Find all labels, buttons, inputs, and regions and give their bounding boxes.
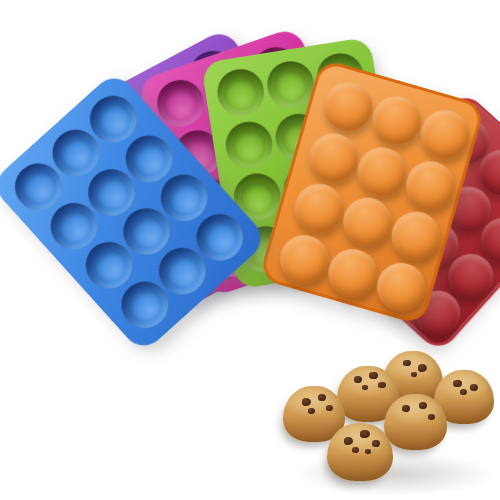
muffin-cup-bump	[386, 206, 446, 266]
muffin-cup-bump	[318, 76, 378, 136]
muffin-cup-bump	[352, 141, 412, 201]
chocolate-chip	[470, 384, 478, 391]
chocolate-chip	[411, 372, 417, 377]
muffin-cup-bump	[337, 192, 397, 252]
cup-floor	[15, 164, 61, 210]
chocolate-chip	[352, 447, 359, 453]
cup-floor	[53, 130, 99, 176]
product-photo-canvas	[0, 0, 500, 500]
cup-floor	[222, 74, 259, 111]
cup-floor	[239, 178, 276, 215]
chocolate-chip	[344, 437, 353, 445]
chocolate-chip	[428, 414, 435, 420]
chocolate-chip	[453, 380, 462, 388]
muffin-cup-bump	[303, 127, 363, 187]
chocolate-chip	[354, 376, 362, 383]
muffins-soft-shadow	[295, 452, 495, 496]
chocolate-chip	[403, 360, 411, 367]
cup-floor	[122, 282, 168, 328]
chocolate-chip	[318, 394, 326, 401]
muffin-cup-bump	[371, 257, 431, 317]
chocolate-chip	[372, 440, 380, 447]
cup-floor	[161, 175, 207, 221]
cup-floor	[272, 66, 309, 103]
muffin-cup-bump	[400, 155, 460, 215]
chocolate-chip	[419, 402, 427, 409]
cup-floor	[197, 214, 243, 260]
muffin-cup-bump	[274, 229, 334, 289]
chocolate-chip	[369, 372, 378, 380]
cup-floor	[88, 169, 134, 215]
muffin	[384, 394, 447, 450]
chocolate-chip	[378, 382, 386, 389]
chocolate-chip	[365, 449, 371, 454]
muffin-cup-bump	[289, 178, 349, 238]
cup-floor	[126, 136, 172, 182]
muffin	[327, 423, 393, 481]
muffin-cup-bump	[367, 90, 427, 150]
chocolate-chip	[460, 389, 467, 395]
chocolate-chip	[308, 408, 315, 414]
cup-floor	[124, 209, 170, 255]
muffin-cup-cavity	[214, 66, 267, 119]
cup-floor	[51, 203, 97, 249]
cup-floor	[159, 248, 205, 294]
cup-floor	[86, 242, 132, 288]
cup-floor	[160, 82, 201, 123]
muffin-cup-bump	[415, 104, 475, 164]
muffin-cup-bump	[323, 243, 383, 303]
chocolate-chip	[326, 405, 333, 411]
muffin-cup-cavity	[222, 118, 275, 171]
cup-floor	[230, 126, 267, 163]
chocolate-chip	[362, 385, 368, 390]
chocolate-chip	[302, 398, 311, 406]
chocolate-chip	[402, 405, 410, 412]
chocolate-chip	[418, 364, 427, 372]
cup-floor	[90, 96, 136, 142]
chocolate-chip	[360, 430, 370, 439]
